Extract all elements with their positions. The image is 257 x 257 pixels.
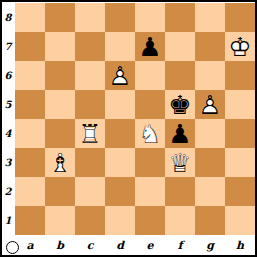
square-e1[interactable] — [135, 206, 165, 235]
rank-label-1: 1 — [2, 206, 14, 235]
square-c8[interactable] — [75, 3, 105, 32]
square-h3[interactable] — [225, 148, 255, 177]
square-b5[interactable] — [45, 90, 75, 119]
file-label-h: h — [225, 236, 255, 255]
square-a5[interactable] — [15, 90, 45, 119]
square-a7[interactable] — [15, 32, 45, 61]
piece-outline-glyph: ♔ — [228, 34, 251, 60]
square-c3[interactable] — [75, 148, 105, 177]
file-label-f: f — [165, 236, 195, 255]
file-label-a: a — [15, 236, 45, 255]
square-g3[interactable] — [195, 148, 225, 177]
square-c1[interactable] — [75, 206, 105, 235]
square-c4[interactable]: ♜♖ — [75, 119, 105, 148]
file-label-e: e — [135, 236, 165, 255]
file-label-b: b — [45, 236, 75, 255]
square-f2[interactable] — [165, 177, 195, 206]
piece-outline-glyph: ♕ — [168, 150, 191, 176]
piece-black-pawn: ♟ — [135, 32, 165, 61]
square-e5[interactable] — [135, 90, 165, 119]
square-b6[interactable] — [45, 61, 75, 90]
diagram-inner: ♟♚♔♟♙♚♟♙♜♖♞♘♟♝♗♛♕ 87654321 abcdefgh — [2, 2, 255, 255]
square-g1[interactable] — [195, 206, 225, 235]
piece-white-knight: ♞♘ — [135, 119, 165, 148]
square-e3[interactable] — [135, 148, 165, 177]
square-e7[interactable]: ♟ — [135, 32, 165, 61]
square-f4[interactable]: ♟ — [165, 119, 195, 148]
rank-label-3: 3 — [2, 148, 14, 177]
square-d8[interactable] — [105, 3, 135, 32]
square-h1[interactable] — [225, 206, 255, 235]
rank-label-7: 7 — [2, 32, 14, 61]
square-c5[interactable] — [75, 90, 105, 119]
file-label-g: g — [195, 236, 225, 255]
square-a3[interactable] — [15, 148, 45, 177]
square-h2[interactable] — [225, 177, 255, 206]
rank-label-2: 2 — [2, 177, 14, 206]
square-c7[interactable] — [75, 32, 105, 61]
square-b1[interactable] — [45, 206, 75, 235]
square-d1[interactable] — [105, 206, 135, 235]
square-a6[interactable] — [15, 61, 45, 90]
square-d2[interactable] — [105, 177, 135, 206]
square-b3[interactable]: ♝♗ — [45, 148, 75, 177]
square-b8[interactable] — [45, 3, 75, 32]
square-b4[interactable] — [45, 119, 75, 148]
side-to-move-indicator — [6, 241, 19, 254]
piece-white-king: ♚♔ — [225, 32, 255, 61]
square-d3[interactable] — [105, 148, 135, 177]
square-d6[interactable]: ♟♙ — [105, 61, 135, 90]
chess-board: ♟♚♔♟♙♚♟♙♜♖♞♘♟♝♗♛♕ — [15, 3, 255, 235]
square-h4[interactable] — [225, 119, 255, 148]
square-e6[interactable] — [135, 61, 165, 90]
square-g5[interactable]: ♟♙ — [195, 90, 225, 119]
square-g2[interactable] — [195, 177, 225, 206]
square-h8[interactable] — [225, 3, 255, 32]
square-h6[interactable] — [225, 61, 255, 90]
square-b2[interactable] — [45, 177, 75, 206]
square-f7[interactable] — [165, 32, 195, 61]
piece-black-pawn: ♟ — [165, 119, 195, 148]
square-e4[interactable]: ♞♘ — [135, 119, 165, 148]
square-c2[interactable] — [75, 177, 105, 206]
file-label-d: d — [105, 236, 135, 255]
square-d5[interactable] — [105, 90, 135, 119]
chess-diagram: ♟♚♔♟♙♚♟♙♜♖♞♘♟♝♗♛♕ 87654321 abcdefgh — [0, 0, 257, 257]
piece-outline-glyph: ♙ — [198, 92, 221, 118]
square-b7[interactable] — [45, 32, 75, 61]
square-c6[interactable] — [75, 61, 105, 90]
square-f6[interactable] — [165, 61, 195, 90]
rank-label-4: 4 — [2, 119, 14, 148]
square-f1[interactable] — [165, 206, 195, 235]
square-h5[interactable] — [225, 90, 255, 119]
square-e8[interactable] — [135, 3, 165, 32]
piece-outline-glyph: ♖ — [78, 121, 101, 147]
piece-white-queen: ♛♕ — [165, 148, 195, 177]
square-d4[interactable] — [105, 119, 135, 148]
square-a2[interactable] — [15, 177, 45, 206]
square-a8[interactable] — [15, 3, 45, 32]
square-a4[interactable] — [15, 119, 45, 148]
piece-white-pawn: ♟♙ — [195, 90, 225, 119]
square-g8[interactable] — [195, 3, 225, 32]
rank-label-8: 8 — [2, 3, 14, 32]
piece-outline-glyph: ♗ — [48, 150, 71, 176]
square-f5[interactable]: ♚ — [165, 90, 195, 119]
piece-black-king: ♚ — [165, 90, 195, 119]
piece-white-bishop: ♝♗ — [45, 148, 75, 177]
square-f3[interactable]: ♛♕ — [165, 148, 195, 177]
file-label-c: c — [75, 236, 105, 255]
square-g7[interactable] — [195, 32, 225, 61]
square-a1[interactable] — [15, 206, 45, 235]
square-e2[interactable] — [135, 177, 165, 206]
piece-outline-glyph: ♘ — [138, 121, 161, 147]
piece-white-rook: ♜♖ — [75, 119, 105, 148]
rank-label-5: 5 — [2, 90, 14, 119]
square-g4[interactable] — [195, 119, 225, 148]
square-g6[interactable] — [195, 61, 225, 90]
square-h7[interactable]: ♚♔ — [225, 32, 255, 61]
piece-white-pawn: ♟♙ — [105, 61, 135, 90]
square-f8[interactable] — [165, 3, 195, 32]
rank-label-6: 6 — [2, 61, 14, 90]
square-d7[interactable] — [105, 32, 135, 61]
piece-outline-glyph: ♙ — [108, 63, 131, 89]
